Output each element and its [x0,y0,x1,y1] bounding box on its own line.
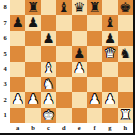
coord-corner [0,123,10,133]
square-b8[interactable]: ♜ [25,0,40,15]
square-h2[interactable] [118,92,133,107]
piece-black-knight[interactable]: ♞ [119,47,131,61]
square-f2[interactable]: ♟ [87,92,102,107]
square-h1[interactable]: ♜ [118,108,133,123]
piece-black-rook[interactable]: ♜ [27,0,39,14]
file-label-e: e [72,123,87,133]
square-b6[interactable] [25,31,40,46]
square-d4[interactable] [56,62,71,77]
rank-label-8: 8 [0,0,10,15]
square-e3[interactable] [72,77,87,92]
square-e5[interactable]: ♟ [72,46,87,61]
piece-white-pawn[interactable]: ♟ [27,93,39,107]
piece-black-pawn[interactable]: ♟ [73,47,85,61]
square-d1[interactable] [56,108,71,123]
square-g3[interactable] [102,77,117,92]
piece-black-pawn[interactable]: ♟ [12,16,24,30]
piece-black-bishop[interactable]: ♝ [104,16,116,30]
square-a3[interactable] [10,77,25,92]
square-d6[interactable] [56,31,71,46]
piece-white-pawn[interactable]: ♟ [42,93,54,107]
file-label-d: d [56,123,71,133]
square-h3[interactable] [118,77,133,92]
square-c2[interactable]: ♟ [41,92,56,107]
file-label-g: g [102,123,117,133]
piece-black-king[interactable]: ♚ [119,0,131,14]
square-e6[interactable] [72,31,87,46]
square-e1[interactable] [72,108,87,123]
square-g2[interactable]: ♟ [102,92,117,107]
rank-label-5: 5 [0,46,10,61]
square-h6[interactable] [118,31,133,46]
square-d5[interactable] [56,46,71,61]
square-f1[interactable] [87,108,102,123]
square-d2[interactable] [56,92,71,107]
square-b4[interactable] [25,62,40,77]
rank-label-2: 2 [0,92,10,107]
square-b3[interactable] [25,77,40,92]
square-g7[interactable]: ♝ [102,15,117,30]
piece-black-pawn[interactable]: ♟ [27,16,39,30]
piece-white-knight[interactable]: ♞ [42,77,54,91]
square-a8[interactable] [10,0,25,15]
piece-white-queen[interactable]: ♛ [104,47,116,61]
piece-white-pawn[interactable]: ♟ [12,93,24,107]
square-g4[interactable] [102,62,117,77]
square-c3[interactable]: ♞ [41,77,56,92]
file-label-b: b [25,123,40,133]
rank-label-7: 7 [0,15,10,30]
rank-label-1: 1 [0,108,10,123]
square-f5[interactable] [87,46,102,61]
piece-white-pawn[interactable]: ♟ [89,93,101,107]
square-g5[interactable]: ♛ [102,46,117,61]
file-label-h: h [118,123,133,133]
square-b7[interactable]: ♟ [25,15,40,30]
square-d7[interactable] [56,15,71,30]
square-b5[interactable] [25,46,40,61]
file-label-a: a [10,123,25,133]
piece-black-bishop[interactable]: ♝ [58,0,70,14]
square-g1[interactable] [102,108,117,123]
square-a4[interactable] [10,62,25,77]
piece-white-rook[interactable]: ♜ [119,108,131,122]
square-b2[interactable]: ♟ [25,92,40,107]
square-b1[interactable] [25,108,40,123]
square-c8[interactable] [41,0,56,15]
file-label-c: c [41,123,56,133]
square-d3[interactable] [56,77,71,92]
square-f4[interactable] [87,62,102,77]
piece-white-bishop[interactable]: ♝ [42,62,54,76]
square-d8[interactable]: ♝ [56,0,71,15]
piece-white-pawn[interactable]: ♟ [73,62,85,76]
square-h4[interactable] [118,62,133,77]
square-e7[interactable] [72,15,87,30]
square-f6[interactable] [87,31,102,46]
square-e8[interactable]: ♛ [72,0,87,15]
piece-black-pawn[interactable]: ♟ [42,31,54,45]
rank-label-3: 3 [0,77,10,92]
square-c7[interactable] [41,15,56,30]
piece-white-king[interactable]: ♚ [42,108,54,122]
rank-label-4: 4 [0,62,10,77]
square-h7[interactable] [118,15,133,30]
chess-board-app: 8♜♝♛♜♚7♟♟♝6♟♟5♟♛♞4♝♟3♞2♟♟♟♟♟1♚♜abcdefgh [0,0,135,135]
square-c6[interactable]: ♟ [41,31,56,46]
piece-white-pawn[interactable]: ♟ [104,93,116,107]
square-a1[interactable] [10,108,25,123]
square-a7[interactable]: ♟ [10,15,25,30]
square-c4[interactable]: ♝ [41,62,56,77]
square-f8[interactable]: ♜ [87,0,102,15]
square-f7[interactable] [87,15,102,30]
rank-label-6: 6 [0,31,10,46]
square-c1[interactable]: ♚ [41,108,56,123]
square-h8[interactable]: ♚ [118,0,133,15]
square-f3[interactable] [87,77,102,92]
piece-black-rook[interactable]: ♜ [89,0,101,14]
square-c5[interactable] [41,46,56,61]
square-e4[interactable]: ♟ [72,62,87,77]
piece-black-queen[interactable]: ♛ [73,0,85,14]
square-g6[interactable]: ♟ [102,31,117,46]
piece-black-pawn[interactable]: ♟ [104,31,116,45]
square-e2[interactable] [72,92,87,107]
square-a6[interactable] [10,31,25,46]
square-g8[interactable] [102,0,117,15]
file-label-f: f [87,123,102,133]
square-h5[interactable]: ♞ [118,46,133,61]
square-a5[interactable] [10,46,25,61]
square-a2[interactable]: ♟ [10,92,25,107]
